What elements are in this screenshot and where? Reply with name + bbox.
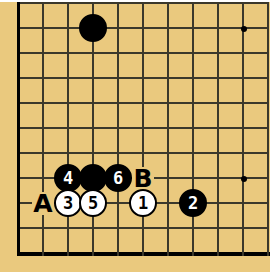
grid-line-v (217, 191, 219, 216)
board-intersection (81, 41, 106, 66)
grid-line-v (167, 16, 169, 41)
grid-line-v (42, 116, 44, 141)
board-intersection (181, 241, 206, 266)
grid-line-v (117, 191, 119, 216)
board-intersection (256, 191, 271, 216)
board-intersection (256, 216, 271, 241)
grid-line-v (267, 116, 269, 141)
grid-line-v (242, 241, 244, 256)
grid-line-v (142, 116, 144, 141)
grid-line-v (67, 16, 69, 41)
star-point-k4 (241, 176, 247, 182)
grid-line-v (42, 41, 44, 66)
board-intersection: 4 (56, 166, 81, 191)
board-intersection (156, 166, 181, 191)
board-intersection (256, 91, 271, 116)
board-intersection (231, 0, 256, 16)
grid-line-v (267, 191, 269, 216)
board-intersection (31, 16, 56, 41)
grid-line-v (242, 191, 244, 216)
grid-line-v (217, 91, 219, 116)
board-intersection (81, 216, 106, 241)
grid-line-v (117, 16, 119, 41)
grid-line-v (167, 91, 169, 116)
board-intersection (81, 241, 106, 266)
stone-move-number: 4 (63, 170, 73, 187)
board-intersection (256, 66, 271, 91)
board-intersection (256, 241, 271, 266)
board-intersection (81, 116, 106, 141)
grid-line-v (92, 116, 94, 141)
grid-line-v (42, 166, 44, 191)
grid-line-v (267, 41, 269, 66)
grid-line-v (42, 216, 44, 241)
board-intersection (56, 0, 81, 16)
grid-line-v (192, 91, 194, 116)
grid-line-v (242, 216, 244, 241)
board-intersection (231, 66, 256, 91)
board-intersection (56, 66, 81, 91)
grid-line-v (142, 241, 144, 256)
board-edge-left (17, 216, 20, 241)
grid-line-v (217, 16, 219, 41)
board-edge-left (17, 141, 20, 166)
grid-line-v (192, 41, 194, 66)
board-intersection (156, 0, 181, 16)
grid-line-v (117, 216, 119, 241)
board-intersection (106, 141, 131, 166)
board-intersection (256, 0, 271, 16)
board-intersection (31, 241, 56, 266)
white-stone-f3: 1 (129, 189, 157, 217)
board-intersection (231, 191, 256, 216)
board-edge-left (17, 91, 20, 116)
grid-line-v (217, 2, 219, 16)
black-stone-h3: 2 (179, 189, 207, 217)
grid-line-v (67, 141, 69, 166)
grid-line-v (67, 2, 69, 16)
board-intersection (206, 241, 231, 266)
board-intersection (156, 241, 181, 266)
grid-line-v (167, 141, 169, 166)
board-intersection (6, 66, 31, 91)
board-intersection (106, 91, 131, 116)
board-intersection (156, 191, 181, 216)
board-intersection (256, 16, 271, 41)
grid-line-v (192, 241, 194, 256)
grid-line-v (242, 2, 244, 16)
grid-line-v (242, 116, 244, 141)
board-intersection (106, 241, 131, 266)
grid-line-v (267, 91, 269, 116)
board-intersection (106, 191, 131, 216)
grid-line-v (117, 91, 119, 116)
star-point-k10 (241, 26, 247, 32)
board-intersection (56, 116, 81, 141)
board-intersection (206, 91, 231, 116)
board-intersection (106, 116, 131, 141)
board-intersection (156, 66, 181, 91)
grid-line-v (142, 66, 144, 91)
board-intersection (231, 141, 256, 166)
stone-move-number: 3 (63, 195, 73, 212)
page-margin-top (0, 0, 270, 2)
grid-line-v (117, 241, 119, 256)
board-intersection (156, 16, 181, 41)
board-intersection: 2 (181, 191, 206, 216)
grid-line-v (217, 41, 219, 66)
board-intersection (206, 66, 231, 91)
board-intersection (206, 0, 231, 16)
board-intersection (56, 141, 81, 166)
board-intersection (106, 216, 131, 241)
board-intersection (206, 166, 231, 191)
grid-line-v (217, 66, 219, 91)
board-intersection: 6 (106, 166, 131, 191)
board-intersection (131, 216, 156, 241)
board-intersection (6, 41, 31, 66)
black-stone-c4: 4 (54, 164, 82, 192)
board-edge-left (17, 116, 20, 141)
grid-line-v (167, 166, 169, 191)
board-intersection (81, 141, 106, 166)
white-stone-d3: 5 (79, 189, 107, 217)
grid-line-v (117, 2, 119, 16)
board-edge-left (17, 66, 20, 91)
grid-line-v (67, 66, 69, 91)
board-intersection (231, 16, 256, 41)
board-intersection (231, 166, 256, 191)
grid-line-v (117, 66, 119, 91)
grid-line-v (217, 141, 219, 166)
grid-line-v (217, 116, 219, 141)
board-intersection (106, 41, 131, 66)
board-intersection: B (131, 166, 156, 191)
grid-line-v (92, 91, 94, 116)
grid-line-v (92, 216, 94, 241)
board-intersection (156, 116, 181, 141)
black-stone-d10 (79, 14, 107, 42)
board-intersection (56, 216, 81, 241)
grid-line-v (92, 41, 94, 66)
grid-line-v (267, 216, 269, 241)
grid-line-v (142, 141, 144, 166)
board-intersection (31, 141, 56, 166)
board-intersection (156, 141, 181, 166)
board-intersection (6, 141, 31, 166)
board-intersection (81, 66, 106, 91)
board-intersection (181, 16, 206, 41)
board-intersection (256, 116, 271, 141)
board-intersection (81, 166, 106, 191)
grid-line-v (92, 141, 94, 166)
grid-line-v (67, 116, 69, 141)
board-intersection (256, 141, 271, 166)
board-intersection (231, 241, 256, 266)
board-edge-left (17, 0, 20, 16)
board-intersection (31, 66, 56, 91)
go-diagram: 46BA3512 (0, 0, 270, 272)
board-intersection (31, 166, 56, 191)
board-edge-left (17, 191, 20, 216)
board-intersection (156, 216, 181, 241)
board-intersection (56, 91, 81, 116)
board-intersection (6, 166, 31, 191)
stone-move-number: 5 (88, 195, 98, 212)
grid-line-v (42, 241, 44, 256)
grid-line-v (42, 141, 44, 166)
board-intersection (131, 16, 156, 41)
board-intersection (6, 241, 31, 266)
grid-line-v (167, 241, 169, 256)
board-intersection (181, 91, 206, 116)
board-intersection (6, 16, 31, 41)
board-intersection (206, 191, 231, 216)
grid-line-v (42, 2, 44, 16)
board-intersection (131, 91, 156, 116)
grid-line-v (242, 66, 244, 91)
grid-line-v (267, 241, 269, 256)
grid-line-v (267, 166, 269, 191)
grid-line-v (242, 141, 244, 166)
board-intersection (6, 91, 31, 116)
board-intersection (156, 91, 181, 116)
grid-line-v (242, 41, 244, 66)
board-intersection: 5 (81, 191, 106, 216)
grid-line-v (217, 241, 219, 256)
board-edge-left (17, 41, 20, 66)
stone-move-number: 1 (138, 195, 148, 212)
grid-line-v (92, 241, 94, 256)
stone-move-number: 2 (188, 195, 198, 212)
board-intersection (206, 41, 231, 66)
board-intersection (231, 91, 256, 116)
board-intersection (31, 41, 56, 66)
board-intersection (231, 116, 256, 141)
board-intersection (131, 116, 156, 141)
go-board: 46BA3512 (6, 0, 271, 266)
grid-line-v (117, 116, 119, 141)
board-intersection (31, 0, 56, 16)
grid-line-v (217, 216, 219, 241)
point-label-a: A (32, 192, 54, 215)
grid-line-v (267, 16, 269, 41)
board-intersection (131, 241, 156, 266)
grid-line-v (117, 41, 119, 66)
grid-line-v (192, 141, 194, 166)
grid-line-v (42, 16, 44, 41)
grid-line-v (67, 216, 69, 241)
grid-line-v (142, 91, 144, 116)
white-stone-c3: 3 (54, 189, 82, 217)
grid-line-v (142, 41, 144, 66)
board-intersection (256, 41, 271, 66)
point-label-b: B (132, 167, 154, 190)
board-intersection: 3 (56, 191, 81, 216)
board-edge-left (17, 166, 20, 191)
grid-line-v (117, 141, 119, 166)
board-intersection (131, 66, 156, 91)
grid-line-v (167, 2, 169, 16)
grid-line-v (192, 16, 194, 41)
board-intersection (56, 41, 81, 66)
board-intersection (31, 216, 56, 241)
grid-line-v (142, 16, 144, 41)
board-intersection (56, 16, 81, 41)
board-intersection (181, 116, 206, 141)
stone-move-number: 6 (113, 170, 123, 187)
board-intersection (106, 0, 131, 16)
grid-line-v (142, 2, 144, 16)
grid-line-v (217, 166, 219, 191)
board-intersection (181, 216, 206, 241)
grid-line-v (192, 66, 194, 91)
board-intersection (106, 16, 131, 41)
grid-line-v (67, 241, 69, 256)
grid-line-v (167, 66, 169, 91)
board-intersection (6, 216, 31, 241)
grid-line-v (42, 91, 44, 116)
board-intersection (6, 116, 31, 141)
board-intersection (106, 66, 131, 91)
board-intersection (131, 41, 156, 66)
board-intersection (6, 0, 31, 16)
grid-line-v (142, 216, 144, 241)
board-edge-left (17, 16, 20, 41)
board-intersection (31, 91, 56, 116)
board-intersection (231, 216, 256, 241)
grid-line-v (267, 141, 269, 166)
board-intersection (81, 91, 106, 116)
board-intersection (81, 16, 106, 41)
grid-line-v (42, 66, 44, 91)
grid-line-v (192, 2, 194, 16)
board-edge-left (17, 241, 20, 256)
grid-line-v (167, 41, 169, 66)
grid-line-v (267, 66, 269, 91)
grid-line-v (192, 166, 194, 191)
board-intersection (181, 66, 206, 91)
board-intersection (206, 116, 231, 141)
black-stone-e4: 6 (104, 164, 132, 192)
grid-line-v (167, 191, 169, 216)
board-intersection (256, 166, 271, 191)
board-intersection (231, 41, 256, 66)
grid-line-v (92, 66, 94, 91)
board-intersection: 1 (131, 191, 156, 216)
grid-line-v (67, 41, 69, 66)
grid-line-v (267, 2, 269, 16)
board-intersection (131, 141, 156, 166)
board-intersection (6, 191, 31, 216)
board-intersection (206, 141, 231, 166)
board-intersection (181, 141, 206, 166)
grid-line-v (192, 116, 194, 141)
board-intersection: A (31, 191, 56, 216)
board-intersection (206, 16, 231, 41)
board-intersection (56, 241, 81, 266)
grid-line-v (242, 91, 244, 116)
grid-line-v (167, 116, 169, 141)
board-intersection (131, 0, 156, 16)
board-intersection (181, 166, 206, 191)
grid-line-v (67, 91, 69, 116)
grid-line-v (192, 216, 194, 241)
board-intersection (156, 41, 181, 66)
board-intersection (181, 41, 206, 66)
black-stone-d4 (79, 164, 107, 192)
board-intersection (181, 0, 206, 16)
board-intersection (31, 116, 56, 141)
board-intersection (206, 216, 231, 241)
grid-line-v (167, 216, 169, 241)
